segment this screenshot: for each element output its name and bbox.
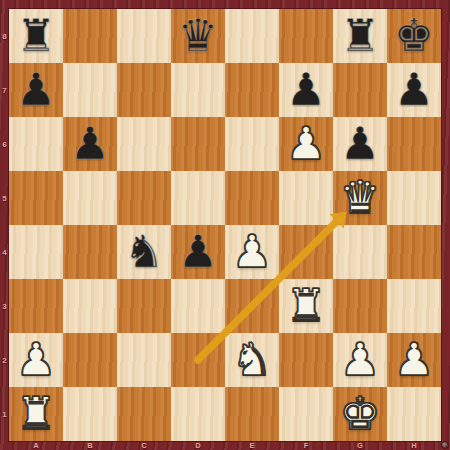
- black-rook-a8[interactable]: ♜: [9, 9, 63, 63]
- square-h7[interactable]: ♟: [387, 63, 441, 117]
- file-label-e: E: [225, 441, 279, 450]
- square-e3[interactable]: [225, 279, 279, 333]
- square-c4[interactable]: ♞: [117, 225, 171, 279]
- white-pawn-a2[interactable]: ♟: [9, 333, 63, 387]
- file-coordinates: ABCDEFGH: [9, 441, 441, 450]
- file-label-g: G: [333, 441, 387, 450]
- file-label-h: H: [387, 441, 441, 450]
- square-f1[interactable]: [279, 387, 333, 441]
- square-f5[interactable]: [279, 171, 333, 225]
- white-pawn-h2[interactable]: ♟: [387, 333, 441, 387]
- chess-board: ♜♛♜♚♟♟♟♟♟♟♛♞♟♟♜♟♞♟♟♜♚: [9, 9, 441, 441]
- square-h8[interactable]: ♚: [387, 9, 441, 63]
- rank-label-6: 6: [0, 117, 9, 171]
- chess-board-frame: ♜♛♜♚♟♟♟♟♟♟♛♞♟♟♜♟♞♟♟♜♚ 87654321 ABCDEFGH: [0, 0, 450, 450]
- square-f7[interactable]: ♟: [279, 63, 333, 117]
- rank-label-7: 7: [0, 63, 9, 117]
- rank-label-3: 3: [0, 279, 9, 333]
- square-g2[interactable]: ♟: [333, 333, 387, 387]
- square-f4[interactable]: [279, 225, 333, 279]
- square-f8[interactable]: [279, 9, 333, 63]
- black-pawn-h7[interactable]: ♟: [387, 63, 441, 117]
- file-label-a: A: [9, 441, 63, 450]
- square-a4[interactable]: [9, 225, 63, 279]
- square-b7[interactable]: [63, 63, 117, 117]
- black-pawn-d4[interactable]: ♟: [171, 225, 225, 279]
- black-king-h8[interactable]: ♚: [387, 9, 441, 63]
- square-e4[interactable]: ♟: [225, 225, 279, 279]
- square-e1[interactable]: [225, 387, 279, 441]
- square-f6[interactable]: ♟: [279, 117, 333, 171]
- square-a7[interactable]: ♟: [9, 63, 63, 117]
- square-f3[interactable]: ♜: [279, 279, 333, 333]
- square-b8[interactable]: [63, 9, 117, 63]
- rank-label-5: 5: [0, 171, 9, 225]
- square-e5[interactable]: [225, 171, 279, 225]
- square-h3[interactable]: [387, 279, 441, 333]
- square-d7[interactable]: [171, 63, 225, 117]
- square-a1[interactable]: ♜: [9, 387, 63, 441]
- white-rook-a1[interactable]: ♜: [9, 387, 63, 441]
- rank-label-8: 8: [0, 9, 9, 63]
- square-c8[interactable]: [117, 9, 171, 63]
- black-pawn-g6[interactable]: ♟: [333, 117, 387, 171]
- square-d5[interactable]: [171, 171, 225, 225]
- file-label-b: B: [63, 441, 117, 450]
- square-b5[interactable]: [63, 171, 117, 225]
- board-corner-handle[interactable]: [441, 441, 449, 449]
- square-c2[interactable]: [117, 333, 171, 387]
- white-king-g1[interactable]: ♚: [333, 387, 387, 441]
- square-g3[interactable]: [333, 279, 387, 333]
- square-b2[interactable]: [63, 333, 117, 387]
- square-d1[interactable]: [171, 387, 225, 441]
- square-g8[interactable]: ♜: [333, 9, 387, 63]
- square-b6[interactable]: ♟: [63, 117, 117, 171]
- black-pawn-f7[interactable]: ♟: [279, 63, 333, 117]
- square-h6[interactable]: [387, 117, 441, 171]
- square-a5[interactable]: [9, 171, 63, 225]
- white-pawn-g2[interactable]: ♟: [333, 333, 387, 387]
- square-b4[interactable]: [63, 225, 117, 279]
- white-queen-g5[interactable]: ♛: [333, 171, 387, 225]
- file-label-d: D: [171, 441, 225, 450]
- square-d3[interactable]: [171, 279, 225, 333]
- square-c1[interactable]: [117, 387, 171, 441]
- square-g7[interactable]: [333, 63, 387, 117]
- square-e2[interactable]: ♞: [225, 333, 279, 387]
- square-h1[interactable]: [387, 387, 441, 441]
- square-a8[interactable]: ♜: [9, 9, 63, 63]
- square-a3[interactable]: [9, 279, 63, 333]
- square-e8[interactable]: [225, 9, 279, 63]
- square-d8[interactable]: ♛: [171, 9, 225, 63]
- square-a6[interactable]: [9, 117, 63, 171]
- square-d6[interactable]: [171, 117, 225, 171]
- square-e7[interactable]: [225, 63, 279, 117]
- rank-label-4: 4: [0, 225, 9, 279]
- square-g5[interactable]: ♛: [333, 171, 387, 225]
- black-pawn-a7[interactable]: ♟: [9, 63, 63, 117]
- square-h4[interactable]: [387, 225, 441, 279]
- square-g1[interactable]: ♚: [333, 387, 387, 441]
- black-knight-c4[interactable]: ♞: [117, 225, 171, 279]
- rank-label-1: 1: [0, 387, 9, 441]
- white-pawn-f6[interactable]: ♟: [279, 117, 333, 171]
- square-f2[interactable]: [279, 333, 333, 387]
- rank-label-2: 2: [0, 333, 9, 387]
- black-pawn-b6[interactable]: ♟: [63, 117, 117, 171]
- square-d2[interactable]: [171, 333, 225, 387]
- white-pawn-e4[interactable]: ♟: [225, 225, 279, 279]
- black-rook-g8[interactable]: ♜: [333, 9, 387, 63]
- square-e6[interactable]: [225, 117, 279, 171]
- black-queen-d8[interactable]: ♛: [171, 9, 225, 63]
- square-g4[interactable]: [333, 225, 387, 279]
- square-b1[interactable]: [63, 387, 117, 441]
- white-rook-f3[interactable]: ♜: [279, 279, 333, 333]
- square-h2[interactable]: ♟: [387, 333, 441, 387]
- square-c5[interactable]: [117, 171, 171, 225]
- square-c6[interactable]: [117, 117, 171, 171]
- file-label-c: C: [117, 441, 171, 450]
- square-c7[interactable]: [117, 63, 171, 117]
- square-a2[interactable]: ♟: [9, 333, 63, 387]
- square-h5[interactable]: [387, 171, 441, 225]
- square-d4[interactable]: ♟: [171, 225, 225, 279]
- file-label-f: F: [279, 441, 333, 450]
- square-g6[interactable]: ♟: [333, 117, 387, 171]
- rank-coordinates: 87654321: [0, 9, 9, 441]
- white-knight-e2[interactable]: ♞: [225, 333, 279, 387]
- square-c3[interactable]: [117, 279, 171, 333]
- square-b3[interactable]: [63, 279, 117, 333]
